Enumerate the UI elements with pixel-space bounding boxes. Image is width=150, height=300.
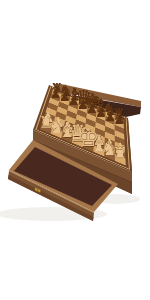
chess-set-product-photo: ♜♞♟♝♟♛♟♚♟♝♟♞♟♜♟♟♟♟♜♟♞♟♝♟♛♟♚♟♝♟♞♜: [0, 0, 150, 300]
white-rook-piece: ♜: [113, 146, 128, 163]
black-pawn-piece: ♟: [113, 114, 124, 127]
pieces-layer: ♜♞♟♝♟♛♟♚♟♝♟♞♟♜♟♟♟♟♜♟♞♟♝♟♛♟♚♟♝♟♞♜: [0, 0, 150, 300]
